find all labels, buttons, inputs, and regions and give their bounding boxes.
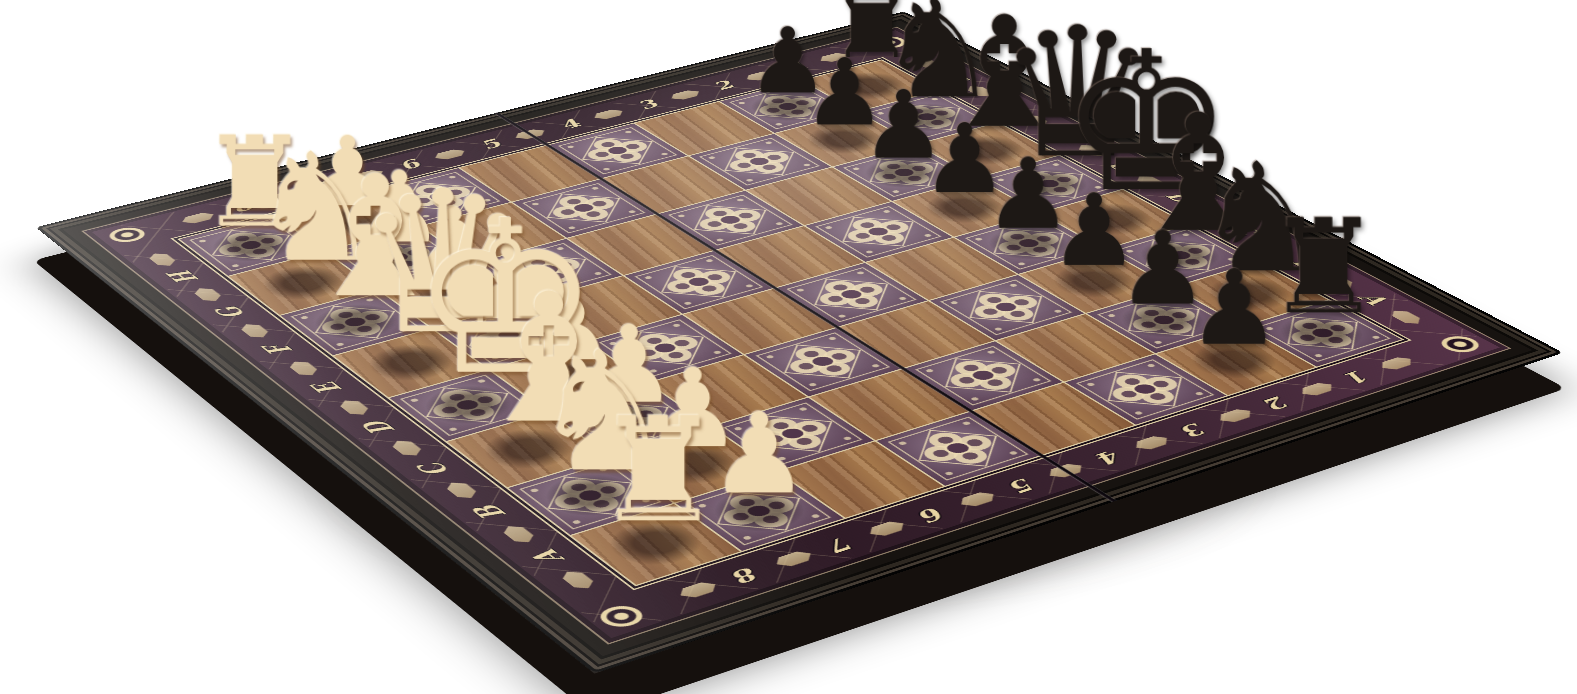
hexagon-inlay-icon — [955, 490, 1000, 509]
hexagon-inlay-icon — [1386, 308, 1426, 326]
coordinate-label: A — [526, 547, 569, 567]
hexagon-inlay-icon — [442, 480, 481, 501]
hexagon-inlay-icon — [145, 251, 179, 268]
hexagon-inlay-icon — [1130, 434, 1174, 452]
coordinate-label: H — [165, 269, 205, 286]
coordinate-label: 3 — [1175, 420, 1213, 438]
coordinate-label: 4 — [1090, 448, 1128, 466]
hexagon-inlay-icon — [557, 569, 598, 592]
coordinate-label: B — [1286, 256, 1325, 272]
hexagon-inlay-icon — [348, 168, 387, 182]
hexagon-inlay-icon — [1296, 381, 1339, 398]
hexagon-inlay-icon — [963, 84, 997, 98]
hexagon-inlay-icon — [742, 70, 779, 82]
coordinate-label: H — [935, 70, 972, 84]
white-pawn: ♟ — [698, 399, 821, 510]
coordinate-label: D — [359, 418, 401, 437]
hexagon-inlay-icon — [388, 438, 426, 458]
hexagon-inlay-icon — [431, 148, 469, 161]
bullseye-corner-icon — [867, 34, 913, 51]
hexagon-inlay-icon — [1043, 461, 1088, 480]
hexagon-inlay-icon — [1074, 143, 1109, 158]
hexagon-inlay-icon — [816, 51, 852, 63]
hexagon-inlay-icon — [1132, 174, 1168, 189]
hexagon-inlay-icon — [237, 322, 272, 340]
coordinate-label: A — [1353, 291, 1391, 306]
hexagon-inlay-icon — [190, 286, 224, 303]
hexagon-inlay-icon — [264, 189, 303, 203]
bullseye-corner-icon — [591, 601, 652, 631]
hexagon-inlay-icon — [511, 128, 549, 141]
coordinate-label: 6 — [913, 504, 951, 523]
coordinate-label: B — [468, 502, 511, 522]
board-plane: HGFEDCBA HGFEDCBA 87654321 87654321 — [36, 11, 1564, 673]
coordinate-label: F — [260, 342, 298, 357]
hexagon-inlay-icon — [1375, 355, 1417, 372]
coordinate-label: C — [413, 460, 455, 478]
coordinate-label: 1 — [782, 61, 812, 73]
hexagon-inlay-icon — [336, 398, 373, 417]
coordinate-label: 7 — [311, 179, 342, 193]
hexagon-inlay-icon — [1192, 206, 1229, 222]
coordinate-label: 5 — [1003, 476, 1041, 495]
coordinate-label: 4 — [554, 118, 585, 131]
board-tilt: HGFEDCBA HGFEDCBA 87654321 87654321 — [36, 11, 1564, 673]
coordinate-label: G — [989, 99, 1025, 112]
hexagon-inlay-icon — [498, 523, 538, 545]
hexagon-inlay-icon — [590, 108, 628, 121]
coordinate-label: 8 — [727, 564, 766, 584]
coordinate-label: 5 — [475, 138, 506, 151]
hexagon-inlay-icon — [910, 56, 943, 70]
coordinate-label: G — [211, 304, 250, 320]
coordinate-label: E — [309, 379, 348, 396]
coordinate-label: 3 — [632, 98, 663, 111]
hexagon-inlay-icon — [1255, 239, 1293, 256]
coordinate-label: 2 — [708, 79, 738, 91]
product-photo-chess-set: HGFEDCBA HGFEDCBA 87654321 87654321 — [0, 0, 1577, 694]
coordinate-label: 7 — [821, 534, 860, 554]
coordinate-label: C — [1223, 223, 1260, 238]
coordinate-label: 6 — [394, 158, 425, 172]
coordinate-label: F — [1046, 129, 1080, 141]
bullseye-corner-icon — [1432, 333, 1488, 357]
bullseye-corner-icon — [102, 224, 152, 245]
coordinate-label: D — [1161, 190, 1199, 205]
hexagon-inlay-icon — [770, 549, 817, 569]
white-knight: ♞ — [530, 329, 652, 495]
hexagon-inlay-icon — [667, 89, 704, 102]
coordinate-label: 1 — [1338, 368, 1375, 385]
coordinate-label: E — [1103, 159, 1138, 172]
hexagon-inlay-icon — [285, 359, 321, 378]
coordinate-label: 8 — [226, 200, 257, 214]
white-pawn: ♟ — [633, 355, 753, 464]
hexagon-inlay-icon — [674, 580, 721, 601]
hexagon-inlay-icon — [178, 211, 218, 225]
hexagon-inlay-icon — [1017, 113, 1051, 127]
coordinate-label: 2 — [1258, 394, 1296, 411]
scene: HGFEDCBA HGFEDCBA 87654321 87654321 — [0, 0, 1577, 694]
hexagon-inlay-icon — [1214, 407, 1257, 425]
hexagon-inlay-icon — [1319, 273, 1358, 290]
hexagon-inlay-icon — [864, 519, 910, 539]
